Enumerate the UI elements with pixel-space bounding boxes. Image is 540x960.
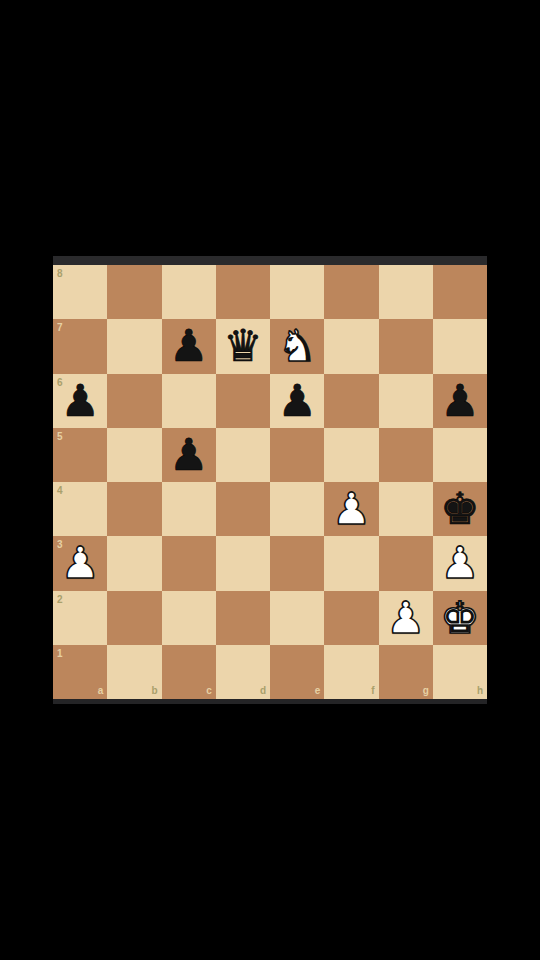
- square-b2[interactable]: [107, 591, 161, 645]
- square-a6[interactable]: 6♟: [53, 374, 107, 428]
- square-d5[interactable]: [216, 428, 270, 482]
- square-b4[interactable]: [107, 482, 161, 536]
- square-d7[interactable]: ♛: [216, 319, 270, 373]
- square-f6[interactable]: [324, 374, 378, 428]
- square-a4[interactable]: 4: [53, 482, 107, 536]
- square-d2[interactable]: [216, 591, 270, 645]
- square-b6[interactable]: [107, 374, 161, 428]
- square-h7[interactable]: [433, 319, 487, 373]
- board-bottom-strip: [53, 699, 487, 704]
- square-d3[interactable]: [216, 536, 270, 590]
- square-c4[interactable]: [162, 482, 216, 536]
- square-g1[interactable]: g: [379, 645, 433, 699]
- chess-board-block: 87♟♛♞6♟♟♟5♟4♟♚3♟♟2♟♚1abcdefgh: [53, 256, 487, 704]
- square-d1[interactable]: d: [216, 645, 270, 699]
- coord-file-b: b: [151, 686, 157, 696]
- square-f2[interactable]: [324, 591, 378, 645]
- piece-black-king-h4[interactable]: ♚: [433, 482, 487, 536]
- square-c6[interactable]: [162, 374, 216, 428]
- square-c5[interactable]: ♟: [162, 428, 216, 482]
- coord-rank-4: 4: [57, 486, 63, 496]
- square-h6[interactable]: ♟: [433, 374, 487, 428]
- coord-file-d: d: [260, 686, 266, 696]
- square-h1[interactable]: h: [433, 645, 487, 699]
- square-a2[interactable]: 2: [53, 591, 107, 645]
- square-h5[interactable]: [433, 428, 487, 482]
- coord-rank-2: 2: [57, 595, 63, 605]
- square-f5[interactable]: [324, 428, 378, 482]
- square-c3[interactable]: [162, 536, 216, 590]
- coord-rank-7: 7: [57, 323, 63, 333]
- square-e6[interactable]: ♟: [270, 374, 324, 428]
- coord-file-a: a: [98, 686, 104, 696]
- square-c1[interactable]: c: [162, 645, 216, 699]
- square-c8[interactable]: [162, 265, 216, 319]
- piece-black-pawn-a6[interactable]: ♟: [53, 374, 107, 428]
- coord-rank-8: 8: [57, 269, 63, 279]
- square-c7[interactable]: ♟: [162, 319, 216, 373]
- square-f7[interactable]: [324, 319, 378, 373]
- piece-black-pawn-c5[interactable]: ♟: [162, 428, 216, 482]
- square-f3[interactable]: [324, 536, 378, 590]
- piece-white-pawn-g2[interactable]: ♟: [379, 591, 433, 645]
- square-b5[interactable]: [107, 428, 161, 482]
- app-background: { "game": "chess", "position": "8/2pqN3/…: [0, 0, 540, 960]
- coord-rank-1: 1: [57, 649, 63, 659]
- piece-black-pawn-c7[interactable]: ♟: [162, 319, 216, 373]
- square-g4[interactable]: [379, 482, 433, 536]
- square-d4[interactable]: [216, 482, 270, 536]
- square-g7[interactable]: [379, 319, 433, 373]
- coord-file-h: h: [477, 686, 483, 696]
- piece-white-knight-e7[interactable]: ♞: [270, 319, 324, 373]
- square-g3[interactable]: [379, 536, 433, 590]
- square-e1[interactable]: e: [270, 645, 324, 699]
- coord-file-g: g: [423, 686, 429, 696]
- square-e3[interactable]: [270, 536, 324, 590]
- square-h8[interactable]: [433, 265, 487, 319]
- piece-black-pawn-e6[interactable]: ♟: [270, 374, 324, 428]
- chess-board[interactable]: 87♟♛♞6♟♟♟5♟4♟♚3♟♟2♟♚1abcdefgh: [53, 265, 487, 699]
- square-g6[interactable]: [379, 374, 433, 428]
- square-f4[interactable]: ♟: [324, 482, 378, 536]
- square-a7[interactable]: 7: [53, 319, 107, 373]
- square-d6[interactable]: [216, 374, 270, 428]
- board-top-strip: [53, 256, 487, 265]
- coord-file-e: e: [315, 686, 321, 696]
- piece-white-pawn-f4[interactable]: ♟: [324, 482, 378, 536]
- square-h3[interactable]: ♟: [433, 536, 487, 590]
- square-b7[interactable]: [107, 319, 161, 373]
- square-h2[interactable]: ♚: [433, 591, 487, 645]
- square-c2[interactable]: [162, 591, 216, 645]
- piece-black-queen-d7[interactable]: ♛: [216, 319, 270, 373]
- piece-black-pawn-h6[interactable]: ♟: [433, 374, 487, 428]
- square-b3[interactable]: [107, 536, 161, 590]
- square-e2[interactable]: [270, 591, 324, 645]
- square-a5[interactable]: 5: [53, 428, 107, 482]
- coord-rank-5: 5: [57, 432, 63, 442]
- square-f8[interactable]: [324, 265, 378, 319]
- square-b8[interactable]: [107, 265, 161, 319]
- square-e4[interactable]: [270, 482, 324, 536]
- coord-file-f: f: [371, 686, 374, 696]
- square-g8[interactable]: [379, 265, 433, 319]
- square-a8[interactable]: 8: [53, 265, 107, 319]
- square-f1[interactable]: f: [324, 645, 378, 699]
- coord-file-c: c: [206, 686, 212, 696]
- square-g2[interactable]: ♟: [379, 591, 433, 645]
- square-b1[interactable]: b: [107, 645, 161, 699]
- square-g5[interactable]: [379, 428, 433, 482]
- piece-white-pawn-h3[interactable]: ♟: [433, 536, 487, 590]
- square-e8[interactable]: [270, 265, 324, 319]
- square-e5[interactable]: [270, 428, 324, 482]
- square-a3[interactable]: 3♟: [53, 536, 107, 590]
- square-d8[interactable]: [216, 265, 270, 319]
- square-a1[interactable]: 1a: [53, 645, 107, 699]
- square-e7[interactable]: ♞: [270, 319, 324, 373]
- square-h4[interactable]: ♚: [433, 482, 487, 536]
- piece-white-pawn-a3[interactable]: ♟: [53, 536, 107, 590]
- piece-white-king-h2[interactable]: ♚: [433, 591, 487, 645]
